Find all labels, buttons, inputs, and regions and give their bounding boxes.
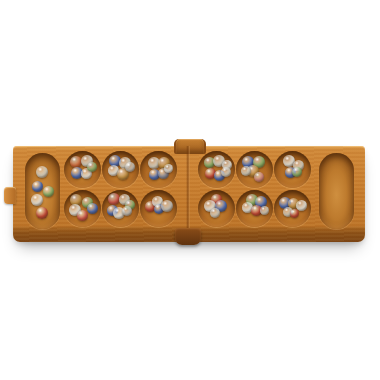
marble-white bbox=[296, 200, 307, 211]
marble-redstripe bbox=[77, 210, 88, 221]
marble-silver bbox=[122, 206, 132, 216]
marble-pink bbox=[254, 172, 264, 182]
store-left[interactable] bbox=[25, 153, 60, 229]
pit-bottom-1[interactable] bbox=[64, 190, 101, 227]
pit-top-3[interactable] bbox=[140, 151, 177, 188]
marble-clear bbox=[221, 167, 231, 177]
marble-red bbox=[290, 209, 299, 218]
marble-white bbox=[164, 164, 173, 173]
marble-clear bbox=[36, 166, 48, 178]
mancala-board bbox=[13, 146, 365, 242]
marble-blue bbox=[87, 203, 98, 214]
pit-top-5[interactable] bbox=[236, 151, 273, 188]
marble-red bbox=[36, 207, 48, 219]
marble-green bbox=[87, 162, 97, 172]
pit-bottom-6[interactable] bbox=[274, 190, 311, 227]
pit-top-2[interactable] bbox=[102, 151, 139, 188]
marble-clear bbox=[241, 166, 251, 176]
pit-bottom-4[interactable] bbox=[198, 190, 235, 227]
marble-green bbox=[292, 167, 302, 177]
photo-background bbox=[0, 0, 380, 380]
pit-bottom-2[interactable] bbox=[102, 190, 139, 227]
marble-white bbox=[31, 194, 43, 206]
marble-green bbox=[43, 186, 54, 197]
marble-clear bbox=[210, 208, 220, 218]
marble-blue bbox=[32, 181, 43, 192]
pit-top-4[interactable] bbox=[198, 151, 235, 188]
marble-clear bbox=[260, 206, 269, 215]
hinge-tab bbox=[174, 139, 206, 154]
store-right[interactable] bbox=[319, 153, 354, 229]
front-latch bbox=[175, 228, 201, 245]
side-clasp bbox=[4, 187, 16, 204]
pit-bottom-3[interactable] bbox=[140, 190, 177, 227]
pit-top-1[interactable] bbox=[64, 151, 101, 188]
marble-silver bbox=[161, 200, 173, 212]
marble-silver bbox=[125, 162, 135, 172]
pit-bottom-5[interactable] bbox=[236, 190, 273, 227]
pit-top-6[interactable] bbox=[274, 151, 311, 188]
fold-seam bbox=[186, 146, 190, 232]
